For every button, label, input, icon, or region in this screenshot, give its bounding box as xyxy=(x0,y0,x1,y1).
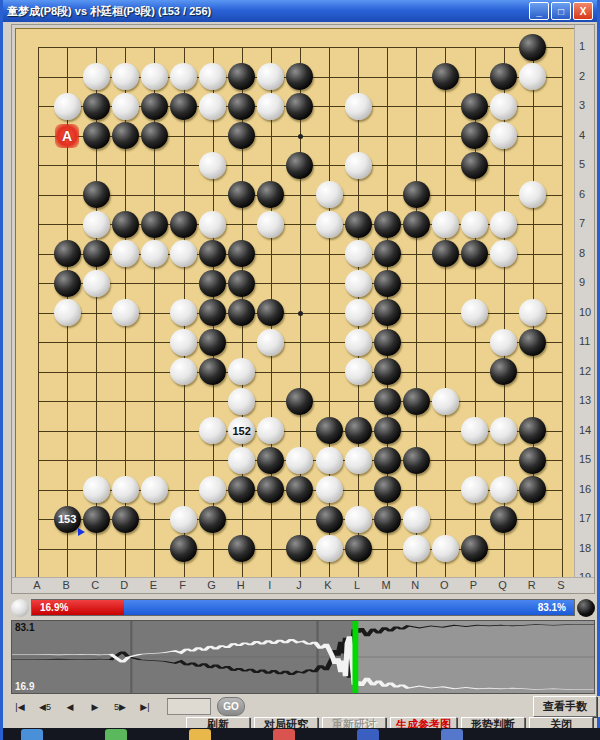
white-stone-E16 xyxy=(141,476,168,503)
app-window: 童梦成(P8段) vs 朴廷桓(P9段) (153 / 256) _ □ X 1… xyxy=(0,0,600,740)
row-label-7: 7 xyxy=(579,217,585,229)
white-stone-N17 xyxy=(403,506,430,533)
white-stone-K15 xyxy=(316,447,343,474)
view-moves-button[interactable]: 查看手数 xyxy=(533,696,597,717)
grid-line xyxy=(445,47,446,579)
white-stone-Q14 xyxy=(490,417,517,444)
column-label-I: I xyxy=(268,579,271,591)
black-stone-G17 xyxy=(199,506,226,533)
black-stone-K17 xyxy=(316,506,343,533)
black-stone-M10 xyxy=(374,299,401,326)
black-stone-G12 xyxy=(199,358,226,385)
black-stone-M17 xyxy=(374,506,401,533)
star-point xyxy=(298,134,303,139)
column-label-K: K xyxy=(324,579,331,591)
back-5-button[interactable]: ◀5 xyxy=(34,697,56,716)
column-label-S: S xyxy=(557,579,564,591)
black-winrate-label: 83.1% xyxy=(538,602,566,613)
black-stone-F7 xyxy=(170,211,197,238)
black-stone-O2 xyxy=(432,63,459,90)
back-1-button[interactable]: ◀ xyxy=(59,697,81,716)
row-label-1: 1 xyxy=(579,40,585,52)
black-stone-C3 xyxy=(83,93,110,120)
black-stone-R15 xyxy=(519,447,546,474)
black-stone-L14 xyxy=(345,417,372,444)
black-stone-I15 xyxy=(257,447,284,474)
winrate-graph[interactable]: 83.1 16.9 xyxy=(11,620,595,694)
white-stone-E2 xyxy=(141,63,168,90)
white-stone-Q8 xyxy=(490,240,517,267)
app-blue-swirl-icon[interactable] xyxy=(21,729,43,740)
grid-line xyxy=(562,47,563,579)
close-icon[interactable]: X xyxy=(573,2,593,20)
column-label-F: F xyxy=(179,579,186,591)
white-stone-N18 xyxy=(403,535,430,562)
white-stone-I3 xyxy=(257,93,284,120)
white-stone-P7 xyxy=(461,211,488,238)
white-stone-L5 xyxy=(345,152,372,179)
white-stone-G7 xyxy=(199,211,226,238)
black-stone-E3 xyxy=(141,93,168,120)
white-stone-K7 xyxy=(316,211,343,238)
column-label-O: O xyxy=(440,579,449,591)
column-label-D: D xyxy=(120,579,128,591)
black-stone-J5 xyxy=(286,152,313,179)
white-stone-R6 xyxy=(519,181,546,208)
white-stone-C9 xyxy=(83,270,110,297)
black-stone-R1 xyxy=(519,34,546,61)
column-label-M: M xyxy=(382,579,391,591)
black-stone-O8 xyxy=(432,240,459,267)
white-stone-P14 xyxy=(461,417,488,444)
black-stone-J18 xyxy=(286,535,313,562)
black-stone-I6 xyxy=(257,181,284,208)
black-stone-M15 xyxy=(374,447,401,474)
white-stone-F2 xyxy=(170,63,197,90)
black-stone-B8 xyxy=(54,240,81,267)
row-label-9: 9 xyxy=(579,276,585,288)
column-label-P: P xyxy=(470,579,477,591)
maximize-button[interactable]: □ xyxy=(551,2,571,20)
black-stone-P5 xyxy=(461,152,488,179)
star-point xyxy=(298,311,303,316)
white-stone-G16 xyxy=(199,476,226,503)
white-stone-G14 xyxy=(199,417,226,444)
white-stone-D2 xyxy=(112,63,139,90)
black-stone-Q17 xyxy=(490,506,517,533)
column-label-C: C xyxy=(91,579,99,591)
black-stone-M9 xyxy=(374,270,401,297)
black-stone-Q2 xyxy=(490,63,517,90)
black-stone-G10 xyxy=(199,299,226,326)
white-stone-I14 xyxy=(257,417,284,444)
black-stone-P3 xyxy=(461,93,488,120)
white-stone-H15 xyxy=(228,447,255,474)
white-stone-O7 xyxy=(432,211,459,238)
black-stone-H6 xyxy=(228,181,255,208)
white-stone-L11 xyxy=(345,329,372,356)
white-stone-G2 xyxy=(199,63,226,90)
black-stone-H9 xyxy=(228,270,255,297)
black-stone-K14 xyxy=(316,417,343,444)
column-label-H: H xyxy=(237,579,245,591)
column-label-A: A xyxy=(33,579,40,591)
white-stone-L9 xyxy=(345,270,372,297)
row-label-15: 15 xyxy=(579,453,591,465)
white-stone-B10 xyxy=(54,299,81,326)
black-stone-E4 xyxy=(141,122,168,149)
white-stone-L15 xyxy=(345,447,372,474)
white-stone-F8 xyxy=(170,240,197,267)
black-stone-I10 xyxy=(257,299,284,326)
black-stone-M11 xyxy=(374,329,401,356)
board-panel: 152153A 12345678910111213141516171819 AB… xyxy=(11,24,595,594)
black-stone-G8 xyxy=(199,240,226,267)
white-stone-L8 xyxy=(345,240,372,267)
row-label-11: 11 xyxy=(579,335,590,347)
black-stone-G9 xyxy=(199,270,226,297)
white-stone-F10 xyxy=(170,299,197,326)
app-green-sphere-icon[interactable] xyxy=(105,729,127,740)
white-stone-K6 xyxy=(316,181,343,208)
white-stone-J15 xyxy=(286,447,313,474)
black-stone-I16 xyxy=(257,476,284,503)
white-stone-K16 xyxy=(316,476,343,503)
black-stone-C17 xyxy=(83,506,110,533)
row-label-10: 10 xyxy=(579,306,591,318)
black-stone-R11 xyxy=(519,329,546,356)
row-label-18: 18 xyxy=(579,542,591,554)
white-stone-R10 xyxy=(519,299,546,326)
black-stone-F3 xyxy=(170,93,197,120)
navigation-row: |◀ ◀5 ◀ ▶ 5▶ ▶| GO 查看手数 xyxy=(3,696,600,717)
black-stone-P18 xyxy=(461,535,488,562)
black-stone-N15 xyxy=(403,447,430,474)
last-move-button[interactable]: ▶| xyxy=(134,697,156,716)
column-label-L: L xyxy=(354,579,360,591)
title-bar[interactable]: 童梦成(P8段) vs 朴廷桓(P9段) (153 / 256) _ □ X xyxy=(3,0,597,22)
black-stone-H4 xyxy=(228,122,255,149)
white-winrate-label: 16.9% xyxy=(40,602,68,613)
grid-line xyxy=(416,47,417,579)
column-label-G: G xyxy=(207,579,216,591)
column-label-E: E xyxy=(150,579,157,591)
white-stone-Q7 xyxy=(490,211,517,238)
black-stone-R14 xyxy=(519,417,546,444)
white-stone-I11 xyxy=(257,329,284,356)
black-winrate-segment: 83.1% xyxy=(124,600,574,615)
black-stone-J2 xyxy=(286,63,313,90)
white-stone-C16 xyxy=(83,476,110,503)
black-stone-F18 xyxy=(170,535,197,562)
white-stone-E8 xyxy=(141,240,168,267)
white-stone-R2 xyxy=(519,63,546,90)
white-stone-F11 xyxy=(170,329,197,356)
column-label-Q: Q xyxy=(498,579,507,591)
black-stone-M13 xyxy=(374,388,401,415)
black-stone-R16 xyxy=(519,476,546,503)
black-stone-L7 xyxy=(345,211,372,238)
row-label-14: 14 xyxy=(579,424,591,436)
white-stone-L12 xyxy=(345,358,372,385)
black-stone-J3 xyxy=(286,93,313,120)
black-stone-Q12 xyxy=(490,358,517,385)
app-help-icon[interactable] xyxy=(273,729,295,740)
go-button[interactable]: GO xyxy=(217,697,245,716)
last-move-triangle-icon xyxy=(78,528,85,536)
row-label-13: 13 xyxy=(579,394,591,406)
black-stone-M7 xyxy=(374,211,401,238)
column-coordinates: ABCDEFGHIJKLMNOPQRS xyxy=(12,577,594,593)
black-stone-D7 xyxy=(112,211,139,238)
black-stone-C8 xyxy=(83,240,110,267)
white-stone-I2 xyxy=(257,63,284,90)
black-stone-H8 xyxy=(228,240,255,267)
move-number-input[interactable] xyxy=(167,698,211,715)
black-stone-P4 xyxy=(461,122,488,149)
black-stone-N6 xyxy=(403,181,430,208)
white-stone-L3 xyxy=(345,93,372,120)
black-stone-C6 xyxy=(83,181,110,208)
black-stone-E7 xyxy=(141,211,168,238)
white-winrate-segment: 16.9% xyxy=(32,600,124,615)
white-stone-G3 xyxy=(199,93,226,120)
white-stone-P10 xyxy=(461,299,488,326)
black-stone-N13 xyxy=(403,388,430,415)
white-stone-Q11 xyxy=(490,329,517,356)
app-v2-icon[interactable] xyxy=(441,729,463,740)
white-stone-P16 xyxy=(461,476,488,503)
black-stone-P8 xyxy=(461,240,488,267)
column-label-R: R xyxy=(528,579,536,591)
white-stone-F17 xyxy=(170,506,197,533)
white-stone-D10 xyxy=(112,299,139,326)
row-label-16: 16 xyxy=(579,483,591,495)
black-stone-D4 xyxy=(112,122,139,149)
column-label-J: J xyxy=(296,579,302,591)
forward-1-button[interactable]: ▶ xyxy=(84,697,106,716)
black-stone-H16 xyxy=(228,476,255,503)
suggested-move-marker: A xyxy=(55,124,79,148)
black-stone-icon xyxy=(577,599,595,617)
black-stone-H10 xyxy=(228,299,255,326)
black-stone-B9 xyxy=(54,270,81,297)
white-stone-Q16 xyxy=(490,476,517,503)
white-stone-H13 xyxy=(228,388,255,415)
white-stone-Q3 xyxy=(490,93,517,120)
black-stone-J16 xyxy=(286,476,313,503)
column-label-N: N xyxy=(411,579,419,591)
row-label-6: 6 xyxy=(579,188,585,200)
black-stone-G11 xyxy=(199,329,226,356)
white-stone-D8 xyxy=(112,240,139,267)
black-stone-H18 xyxy=(228,535,255,562)
black-stone-B17: 153 xyxy=(54,506,81,533)
white-stone-O18 xyxy=(432,535,459,562)
row-label-17: 17 xyxy=(579,512,591,524)
white-stone-H14: 152 xyxy=(228,417,255,444)
column-label-B: B xyxy=(62,579,69,591)
white-stone-B3 xyxy=(54,93,81,120)
white-stone-D16 xyxy=(112,476,139,503)
black-stone-H3 xyxy=(228,93,255,120)
forward-5-button[interactable]: 5▶ xyxy=(109,697,131,716)
go-board[interactable]: 152153A xyxy=(15,28,575,581)
folder-icon[interactable] xyxy=(189,729,211,740)
white-stone-G5 xyxy=(199,152,226,179)
row-label-2: 2 xyxy=(579,70,585,82)
grid-line xyxy=(38,372,563,373)
row-label-4: 4 xyxy=(579,129,585,141)
white-stone-O13 xyxy=(432,388,459,415)
black-stone-D17 xyxy=(112,506,139,533)
white-stone-D3 xyxy=(112,93,139,120)
black-stone-C4 xyxy=(83,122,110,149)
white-stone-I7 xyxy=(257,211,284,238)
row-label-5: 5 xyxy=(579,158,585,170)
white-stone-L17 xyxy=(345,506,372,533)
white-stone-C7 xyxy=(83,211,110,238)
white-stone-L10 xyxy=(345,299,372,326)
white-stone-F12 xyxy=(170,358,197,385)
white-stone-C2 xyxy=(83,63,110,90)
row-label-8: 8 xyxy=(579,247,585,259)
black-stone-N7 xyxy=(403,211,430,238)
black-stone-J13 xyxy=(286,388,313,415)
black-stone-M12 xyxy=(374,358,401,385)
winrate-bar: 16.9% 83.1% xyxy=(11,597,595,618)
white-stone-H12 xyxy=(228,358,255,385)
row-label-3: 3 xyxy=(579,99,585,111)
white-stone-Q4 xyxy=(490,122,517,149)
white-stone-K18 xyxy=(316,535,343,562)
grid-line xyxy=(38,342,563,343)
first-move-button[interactable]: |◀ xyxy=(9,697,31,716)
os-taskbar[interactable] xyxy=(3,728,600,740)
black-stone-M8 xyxy=(374,240,401,267)
white-stone-icon xyxy=(11,599,29,617)
app-key-icon[interactable] xyxy=(357,729,379,740)
row-coordinates: 12345678910111213141516171819 xyxy=(574,25,594,593)
black-stone-M14 xyxy=(374,417,401,444)
minimize-button[interactable]: _ xyxy=(529,2,549,20)
window-title: 童梦成(P8段) vs 朴廷桓(P9段) (153 / 256) xyxy=(7,4,211,19)
black-stone-H2 xyxy=(228,63,255,90)
black-stone-L18 xyxy=(345,535,372,562)
row-label-12: 12 xyxy=(579,365,591,377)
black-stone-M16 xyxy=(374,476,401,503)
